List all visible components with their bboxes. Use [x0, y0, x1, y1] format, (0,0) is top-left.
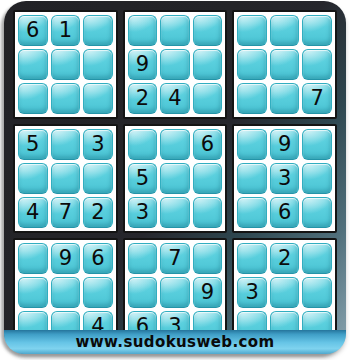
cell-r5c7[interactable] [237, 163, 267, 194]
cell-r3c4[interactable]: 2 [128, 83, 158, 114]
cell-r1c2[interactable]: 1 [51, 15, 81, 46]
cell-r3c2[interactable] [51, 83, 81, 114]
cell-r5c3[interactable] [83, 163, 113, 194]
cell-r2c3[interactable] [83, 49, 113, 80]
cell-r2c8[interactable] [270, 49, 300, 80]
cell-r3c9[interactable]: 7 [302, 83, 332, 114]
cell-r2c9[interactable] [302, 49, 332, 80]
cell-r1c8[interactable] [270, 15, 300, 46]
cell-r3c5[interactable]: 4 [160, 83, 190, 114]
cell-r1c3[interactable] [83, 15, 113, 46]
footer-bar: www.sudokusweb.com [4, 330, 346, 354]
cell-r4c4[interactable] [128, 129, 158, 160]
cell-r4c6[interactable]: 6 [193, 129, 223, 160]
cell-r5c9[interactable] [302, 163, 332, 194]
cell-r1c6[interactable] [193, 15, 223, 46]
cell-r2c4[interactable]: 9 [128, 49, 158, 80]
cell-r7c1[interactable] [18, 243, 48, 274]
cell-r1c7[interactable] [237, 15, 267, 46]
cell-r1c1[interactable]: 6 [18, 15, 48, 46]
cell-r4c1[interactable]: 5 [18, 129, 48, 160]
cell-r7c4[interactable] [128, 243, 158, 274]
cell-r6c9[interactable] [302, 197, 332, 228]
cell-r8c5[interactable] [160, 277, 190, 308]
cell-r6c1[interactable]: 4 [18, 197, 48, 228]
cell-r1c9[interactable] [302, 15, 332, 46]
cell-r2c6[interactable] [193, 49, 223, 80]
cell-r4c3[interactable]: 3 [83, 129, 113, 160]
cell-r1c5[interactable] [160, 15, 190, 46]
cell-r8c4[interactable] [128, 277, 158, 308]
block-r1c2: 924 [123, 10, 228, 119]
cell-r8c3[interactable] [83, 277, 113, 308]
block-r1c1: 61 [13, 10, 118, 119]
cell-r5c8[interactable]: 3 [270, 163, 300, 194]
cell-r5c4[interactable]: 5 [128, 163, 158, 194]
cell-r5c2[interactable] [51, 163, 81, 194]
cell-r7c2[interactable]: 9 [51, 243, 81, 274]
cell-r7c6[interactable] [193, 243, 223, 274]
cell-r6c8[interactable]: 6 [270, 197, 300, 228]
cell-r7c8[interactable]: 2 [270, 243, 300, 274]
cell-r6c5[interactable] [160, 197, 190, 228]
cell-r2c2[interactable] [51, 49, 81, 80]
sudoku-widget-frame: 61924753472653936964796323 www.sudokuswe… [4, 1, 346, 354]
cell-r3c6[interactable] [193, 83, 223, 114]
cell-r8c8[interactable] [270, 277, 300, 308]
sudoku-board: 61924753472653936964796323 [13, 10, 337, 347]
cell-r3c7[interactable] [237, 83, 267, 114]
block-r2c2: 653 [123, 124, 228, 233]
cell-r1c4[interactable] [128, 15, 158, 46]
cell-r6c6[interactable] [193, 197, 223, 228]
cell-r2c1[interactable] [18, 49, 48, 80]
cell-r5c1[interactable] [18, 163, 48, 194]
cell-r3c1[interactable] [18, 83, 48, 114]
cell-r8c6[interactable]: 9 [193, 277, 223, 308]
cell-r5c6[interactable] [193, 163, 223, 194]
cell-r3c8[interactable] [270, 83, 300, 114]
cell-r2c7[interactable] [237, 49, 267, 80]
cell-r8c9[interactable] [302, 277, 332, 308]
block-r2c3: 936 [232, 124, 337, 233]
site-url-link[interactable]: www.sudokusweb.com [75, 333, 274, 351]
cell-r8c1[interactable] [18, 277, 48, 308]
block-r1c3: 7 [232, 10, 337, 119]
cell-r6c7[interactable] [237, 197, 267, 228]
cell-r8c7[interactable]: 3 [237, 277, 267, 308]
cell-r4c2[interactable] [51, 129, 81, 160]
cell-r7c9[interactable] [302, 243, 332, 274]
cell-r6c3[interactable]: 2 [83, 197, 113, 228]
cell-r6c4[interactable]: 3 [128, 197, 158, 228]
cell-r6c2[interactable]: 7 [51, 197, 81, 228]
cell-r4c9[interactable] [302, 129, 332, 160]
cell-r4c8[interactable]: 9 [270, 129, 300, 160]
cell-r2c5[interactable] [160, 49, 190, 80]
cell-r5c5[interactable] [160, 163, 190, 194]
cell-r4c5[interactable] [160, 129, 190, 160]
cell-r3c3[interactable] [83, 83, 113, 114]
cell-r7c7[interactable] [237, 243, 267, 274]
cell-r8c2[interactable] [51, 277, 81, 308]
cell-r7c5[interactable]: 7 [160, 243, 190, 274]
cell-r4c7[interactable] [237, 129, 267, 160]
block-r2c1: 53472 [13, 124, 118, 233]
cell-r7c3[interactable]: 6 [83, 243, 113, 274]
